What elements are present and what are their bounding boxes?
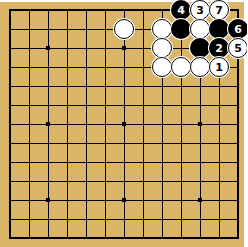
black-stone	[190, 38, 210, 58]
white-stone-move-7: 7	[209, 0, 229, 20]
white-stone-move-5: 5	[228, 38, 247, 58]
white-stone	[152, 57, 172, 77]
white-stone	[152, 38, 172, 58]
black-stone-move-4: 4	[171, 0, 191, 20]
black-stone-move-2: 2	[209, 38, 229, 58]
white-stone	[114, 19, 134, 39]
go-diagram: 4376251	[0, 0, 247, 247]
white-stone	[190, 57, 210, 77]
white-stone	[171, 57, 191, 77]
black-stone	[209, 19, 229, 39]
white-stone-move-1: 1	[209, 57, 229, 77]
white-stone-move-3: 3	[190, 0, 210, 20]
white-stone	[152, 19, 172, 39]
stones-layer: 4376251	[1, 1, 248, 247]
black-stone-move-6: 6	[228, 19, 247, 39]
black-stone	[171, 19, 191, 39]
white-stone	[190, 19, 210, 39]
